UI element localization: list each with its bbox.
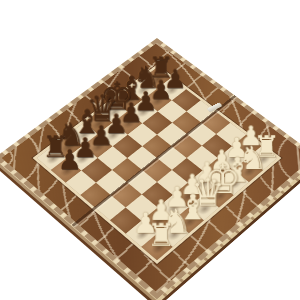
squares-grid: ♜♞♝♛♚♝♞♜♟♟♟♟♟♟♟♟♟♟♟♟♟♟♟♟♜♞♝♛♚♝♞♜ bbox=[33, 64, 282, 264]
product-photo-canvas: ♜♞♝♛♚♝♞♜♟♟♟♟♟♟♟♟♟♟♟♟♟♟♟♟♜♞♝♛♚♝♞♜ bbox=[0, 0, 300, 300]
piece-white-rook: ♜ bbox=[147, 220, 175, 250]
square-f4 bbox=[172, 134, 202, 158]
square-f5 bbox=[157, 123, 187, 146]
board-scene: ♜♞♝♛♚♝♞♜♟♟♟♟♟♟♟♟♟♟♟♟♟♟♟♟♜♞♝♛♚♝♞♜ bbox=[42, 43, 272, 273]
chess-box: ♜♞♝♛♚♝♞♜♟♟♟♟♟♟♟♟♟♟♟♟♟♟♟♟♜♞♝♛♚♝♞♜ bbox=[0, 38, 300, 300]
piece-black-pawn: ♟ bbox=[58, 147, 82, 173]
square-d5 bbox=[127, 146, 157, 170]
